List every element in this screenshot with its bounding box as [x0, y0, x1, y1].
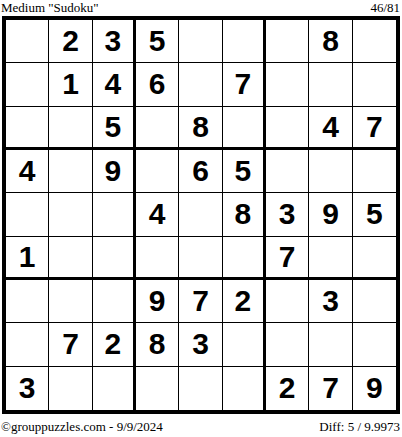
- sudoku-cell-r6c4-empty[interactable]: [136, 237, 179, 280]
- difficulty-rating: Diff: 5 / 9.9973: [319, 420, 400, 434]
- sudoku-cell-r1c3-given: 3: [93, 20, 136, 63]
- sudoku-cell-r3c5-given: 8: [179, 107, 222, 150]
- sudoku-cell-r7c8-given: 3: [309, 280, 352, 323]
- sudoku-cell-r4c2-empty[interactable]: [49, 150, 92, 193]
- sudoku-cell-r1c5-empty[interactable]: [179, 20, 222, 63]
- sudoku-cell-r5c1-empty[interactable]: [6, 193, 49, 236]
- sudoku-cell-r2c7-empty[interactable]: [266, 63, 309, 106]
- sudoku-cell-r9c5-empty[interactable]: [179, 367, 222, 410]
- sudoku-cell-r7c2-empty[interactable]: [49, 280, 92, 323]
- sudoku-cell-r4c7-empty[interactable]: [266, 150, 309, 193]
- sudoku-cell-r4c1-given: 4: [6, 150, 49, 193]
- sudoku-cell-r9c3-empty[interactable]: [93, 367, 136, 410]
- sudoku-cell-r4c5-given: 6: [179, 150, 222, 193]
- footer: ©grouppuzzles.com - 9/9/2024 Diff: 5 / 9…: [0, 414, 402, 434]
- sudoku-cell-r7c4-given: 9: [136, 280, 179, 323]
- sudoku-cell-r8c4-given: 8: [136, 323, 179, 366]
- sudoku-cell-r3c7-empty[interactable]: [266, 107, 309, 150]
- sudoku-cell-r7c6-given: 2: [223, 280, 266, 323]
- sudoku-cell-r6c2-empty[interactable]: [49, 237, 92, 280]
- sudoku-page: Medium "Sudoku" 46/81 235814675847496548…: [0, 0, 402, 437]
- sudoku-cell-r1c1-empty[interactable]: [6, 20, 49, 63]
- sudoku-cell-r5c4-given: 4: [136, 193, 179, 236]
- sudoku-cell-r8c3-given: 2: [93, 323, 136, 366]
- sudoku-cell-r9c9-given: 9: [353, 367, 396, 410]
- sudoku-cell-r3c1-empty[interactable]: [6, 107, 49, 150]
- sudoku-cell-r6c5-empty[interactable]: [179, 237, 222, 280]
- sudoku-board: 23581467584749654839517972372833279: [2, 16, 400, 414]
- sudoku-cell-r2c5-empty[interactable]: [179, 63, 222, 106]
- sudoku-cell-r6c6-empty[interactable]: [223, 237, 266, 280]
- sudoku-cell-r1c2-given: 2: [49, 20, 92, 63]
- sudoku-cell-r5c2-empty[interactable]: [49, 193, 92, 236]
- sudoku-cell-r4c8-empty[interactable]: [309, 150, 352, 193]
- sudoku-cell-r6c3-empty[interactable]: [93, 237, 136, 280]
- sudoku-cell-r3c8-given: 4: [309, 107, 352, 150]
- sudoku-cell-r2c9-empty[interactable]: [353, 63, 396, 106]
- sudoku-cell-r9c2-empty[interactable]: [49, 367, 92, 410]
- sudoku-cell-r7c9-empty[interactable]: [353, 280, 396, 323]
- sudoku-cell-r3c4-empty[interactable]: [136, 107, 179, 150]
- sudoku-cell-r1c8-given: 8: [309, 20, 352, 63]
- sudoku-cell-r6c8-empty[interactable]: [309, 237, 352, 280]
- copyright-date: ©grouppuzzles.com - 9/9/2024: [1, 420, 163, 434]
- sudoku-cell-r5c9-given: 5: [353, 193, 396, 236]
- sudoku-cell-r8c1-empty[interactable]: [6, 323, 49, 366]
- sudoku-cell-r2c3-given: 4: [93, 63, 136, 106]
- sudoku-cell-r3c2-empty[interactable]: [49, 107, 92, 150]
- sudoku-cell-r2c2-given: 1: [49, 63, 92, 106]
- sudoku-cell-r5c6-given: 8: [223, 193, 266, 236]
- puzzle-title: Medium "Sudoku": [1, 1, 99, 15]
- sudoku-cell-r8c2-given: 7: [49, 323, 92, 366]
- cells-remaining-counter: 46/81: [370, 1, 400, 15]
- sudoku-cell-r7c3-empty[interactable]: [93, 280, 136, 323]
- sudoku-cell-r1c4-given: 5: [136, 20, 179, 63]
- sudoku-cell-r5c8-given: 9: [309, 193, 352, 236]
- sudoku-cell-r2c8-empty[interactable]: [309, 63, 352, 106]
- sudoku-cell-r9c1-given: 3: [6, 367, 49, 410]
- sudoku-cell-r5c5-empty[interactable]: [179, 193, 222, 236]
- sudoku-cell-r5c3-empty[interactable]: [93, 193, 136, 236]
- sudoku-cell-r2c1-empty[interactable]: [6, 63, 49, 106]
- sudoku-cell-r1c6-empty[interactable]: [223, 20, 266, 63]
- sudoku-cell-r7c5-given: 7: [179, 280, 222, 323]
- sudoku-cell-r2c4-given: 6: [136, 63, 179, 106]
- sudoku-cell-r3c9-given: 7: [353, 107, 396, 150]
- sudoku-cell-r7c7-empty[interactable]: [266, 280, 309, 323]
- sudoku-cell-r6c7-given: 7: [266, 237, 309, 280]
- sudoku-cell-r2c6-given: 7: [223, 63, 266, 106]
- sudoku-cell-r8c5-given: 3: [179, 323, 222, 366]
- sudoku-cell-r1c9-empty[interactable]: [353, 20, 396, 63]
- sudoku-cell-r1c7-empty[interactable]: [266, 20, 309, 63]
- sudoku-cell-r8c8-empty[interactable]: [309, 323, 352, 366]
- sudoku-cell-r4c4-empty[interactable]: [136, 150, 179, 193]
- sudoku-cell-r7c1-empty[interactable]: [6, 280, 49, 323]
- sudoku-cell-r3c6-empty[interactable]: [223, 107, 266, 150]
- sudoku-cell-r9c6-empty[interactable]: [223, 367, 266, 410]
- sudoku-cell-r5c7-given: 3: [266, 193, 309, 236]
- sudoku-cell-r4c6-given: 5: [223, 150, 266, 193]
- header: Medium "Sudoku" 46/81: [0, 0, 402, 16]
- sudoku-cell-r6c1-given: 1: [6, 237, 49, 280]
- sudoku-cell-r3c3-given: 5: [93, 107, 136, 150]
- sudoku-cell-r4c3-given: 9: [93, 150, 136, 193]
- sudoku-cell-r8c6-empty[interactable]: [223, 323, 266, 366]
- sudoku-cell-r6c9-empty[interactable]: [353, 237, 396, 280]
- sudoku-cell-r8c7-empty[interactable]: [266, 323, 309, 366]
- sudoku-cell-r8c9-empty[interactable]: [353, 323, 396, 366]
- sudoku-cell-r9c8-given: 7: [309, 367, 352, 410]
- sudoku-cell-r9c7-given: 2: [266, 367, 309, 410]
- sudoku-cell-r9c4-empty[interactable]: [136, 367, 179, 410]
- sudoku-cell-r4c9-empty[interactable]: [353, 150, 396, 193]
